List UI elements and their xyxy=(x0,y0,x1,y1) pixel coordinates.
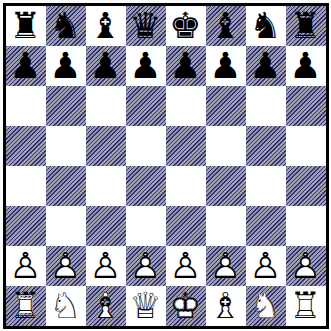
piece-white-rook: ♜♖ xyxy=(6,286,46,326)
piece-black-bishop: ♝ xyxy=(206,6,246,46)
square-b7[interactable]: ♟ xyxy=(46,46,86,86)
square-h4[interactable] xyxy=(286,166,326,206)
square-g4[interactable] xyxy=(246,166,286,206)
piece-white-pawn: ♟♙ xyxy=(246,246,286,286)
square-a1[interactable]: ♜♖ xyxy=(6,286,46,326)
piece-black-bishop: ♝ xyxy=(86,6,126,46)
piece-white-pawn: ♟♙ xyxy=(6,246,46,286)
piece-white-knight: ♞♘ xyxy=(246,286,286,326)
piece-black-king: ♚ xyxy=(166,6,206,46)
square-h5[interactable] xyxy=(286,126,326,166)
square-h6[interactable] xyxy=(286,86,326,126)
square-g3[interactable] xyxy=(246,206,286,246)
piece-black-knight: ♞ xyxy=(46,6,86,46)
square-b8[interactable]: ♞ xyxy=(46,6,86,46)
square-b4[interactable] xyxy=(46,166,86,206)
square-d1[interactable]: ♛♕ xyxy=(126,286,166,326)
square-e5[interactable] xyxy=(166,126,206,166)
piece-black-rook: ♜ xyxy=(286,6,326,46)
piece-black-pawn: ♟ xyxy=(126,46,166,86)
square-e8[interactable]: ♚ xyxy=(166,6,206,46)
square-e2[interactable]: ♟♙ xyxy=(166,246,206,286)
piece-white-pawn: ♟♙ xyxy=(86,246,126,286)
white-piece-outline: ♙ xyxy=(126,246,166,286)
white-piece-outline: ♗ xyxy=(86,286,126,326)
square-d3[interactable] xyxy=(126,206,166,246)
square-a3[interactable] xyxy=(6,206,46,246)
piece-black-pawn: ♟ xyxy=(206,46,246,86)
white-piece-outline: ♖ xyxy=(286,286,326,326)
square-h2[interactable]: ♟♙ xyxy=(286,246,326,286)
piece-white-bishop: ♝♗ xyxy=(206,286,246,326)
piece-black-knight: ♞ xyxy=(246,6,286,46)
piece-white-bishop: ♝♗ xyxy=(86,286,126,326)
piece-black-pawn: ♟ xyxy=(6,46,46,86)
square-h3[interactable] xyxy=(286,206,326,246)
square-c8[interactable]: ♝ xyxy=(86,6,126,46)
piece-white-pawn: ♟♙ xyxy=(206,246,246,286)
white-piece-outline: ♙ xyxy=(6,246,46,286)
white-piece-outline: ♗ xyxy=(206,286,246,326)
square-f6[interactable] xyxy=(206,86,246,126)
square-f1[interactable]: ♝♗ xyxy=(206,286,246,326)
square-f5[interactable] xyxy=(206,126,246,166)
square-g6[interactable] xyxy=(246,86,286,126)
square-d8[interactable]: ♛ xyxy=(126,6,166,46)
piece-white-pawn: ♟♙ xyxy=(46,246,86,286)
white-piece-outline: ♙ xyxy=(166,246,206,286)
white-piece-outline: ♖ xyxy=(6,286,46,326)
square-g8[interactable]: ♞ xyxy=(246,6,286,46)
piece-white-rook: ♜♖ xyxy=(286,286,326,326)
square-a4[interactable] xyxy=(6,166,46,206)
square-f4[interactable] xyxy=(206,166,246,206)
square-a7[interactable]: ♟ xyxy=(6,46,46,86)
white-piece-outline: ♘ xyxy=(46,286,86,326)
square-b5[interactable] xyxy=(46,126,86,166)
square-g2[interactable]: ♟♙ xyxy=(246,246,286,286)
chess-app-window: ♜♞♝♛♚♝♞♜♟♟♟♟♟♟♟♟♟♙♟♙♟♙♟♙♟♙♟♙♟♙♟♙♜♖♞♘♝♗♛♕… xyxy=(0,0,331,331)
piece-black-pawn: ♟ xyxy=(246,46,286,86)
square-e7[interactable]: ♟ xyxy=(166,46,206,86)
square-c4[interactable] xyxy=(86,166,126,206)
square-b2[interactable]: ♟♙ xyxy=(46,246,86,286)
square-c2[interactable]: ♟♙ xyxy=(86,246,126,286)
piece-white-pawn: ♟♙ xyxy=(166,246,206,286)
square-b6[interactable] xyxy=(46,86,86,126)
square-d4[interactable] xyxy=(126,166,166,206)
piece-white-pawn: ♟♙ xyxy=(286,246,326,286)
square-e3[interactable] xyxy=(166,206,206,246)
square-a2[interactable]: ♟♙ xyxy=(6,246,46,286)
piece-white-king: ♚♔ xyxy=(166,286,206,326)
piece-white-queen: ♛♕ xyxy=(126,286,166,326)
square-h7[interactable]: ♟ xyxy=(286,46,326,86)
piece-black-queen: ♛ xyxy=(126,6,166,46)
square-g5[interactable] xyxy=(246,126,286,166)
white-piece-outline: ♙ xyxy=(246,246,286,286)
square-g7[interactable]: ♟ xyxy=(246,46,286,86)
square-f8[interactable]: ♝ xyxy=(206,6,246,46)
white-piece-outline: ♔ xyxy=(166,286,206,326)
square-e1[interactable]: ♚♔ xyxy=(166,286,206,326)
white-piece-outline: ♙ xyxy=(286,246,326,286)
square-a8[interactable]: ♜ xyxy=(6,6,46,46)
square-h1[interactable]: ♜♖ xyxy=(286,286,326,326)
square-c3[interactable] xyxy=(86,206,126,246)
piece-black-pawn: ♟ xyxy=(86,46,126,86)
square-d5[interactable] xyxy=(126,126,166,166)
square-e6[interactable] xyxy=(166,86,206,126)
white-piece-outline: ♙ xyxy=(86,246,126,286)
square-c6[interactable] xyxy=(86,86,126,126)
white-piece-outline: ♘ xyxy=(246,286,286,326)
square-f3[interactable] xyxy=(206,206,246,246)
square-d7[interactable]: ♟ xyxy=(126,46,166,86)
square-c5[interactable] xyxy=(86,126,126,166)
piece-black-rook: ♜ xyxy=(6,6,46,46)
piece-black-pawn: ♟ xyxy=(46,46,86,86)
piece-black-pawn: ♟ xyxy=(286,46,326,86)
square-c1[interactable]: ♝♗ xyxy=(86,286,126,326)
square-d2[interactable]: ♟♙ xyxy=(126,246,166,286)
chess-board: ♜♞♝♛♚♝♞♜♟♟♟♟♟♟♟♟♟♙♟♙♟♙♟♙♟♙♟♙♟♙♟♙♜♖♞♘♝♗♛♕… xyxy=(6,6,326,326)
square-b3[interactable] xyxy=(46,206,86,246)
square-f2[interactable]: ♟♙ xyxy=(206,246,246,286)
white-piece-outline: ♕ xyxy=(126,286,166,326)
square-a6[interactable] xyxy=(6,86,46,126)
square-c7[interactable]: ♟ xyxy=(86,46,126,86)
square-h8[interactable]: ♜ xyxy=(286,6,326,46)
piece-white-knight: ♞♘ xyxy=(46,286,86,326)
square-g1[interactable]: ♞♘ xyxy=(246,286,286,326)
white-piece-outline: ♙ xyxy=(46,246,86,286)
square-a5[interactable] xyxy=(6,126,46,166)
square-e4[interactable] xyxy=(166,166,206,206)
board-frame: ♜♞♝♛♚♝♞♜♟♟♟♟♟♟♟♟♟♙♟♙♟♙♟♙♟♙♟♙♟♙♟♙♜♖♞♘♝♗♛♕… xyxy=(3,3,329,329)
white-piece-outline: ♙ xyxy=(206,246,246,286)
piece-white-pawn: ♟♙ xyxy=(126,246,166,286)
square-f7[interactable]: ♟ xyxy=(206,46,246,86)
piece-black-pawn: ♟ xyxy=(166,46,206,86)
square-b1[interactable]: ♞♘ xyxy=(46,286,86,326)
square-d6[interactable] xyxy=(126,86,166,126)
